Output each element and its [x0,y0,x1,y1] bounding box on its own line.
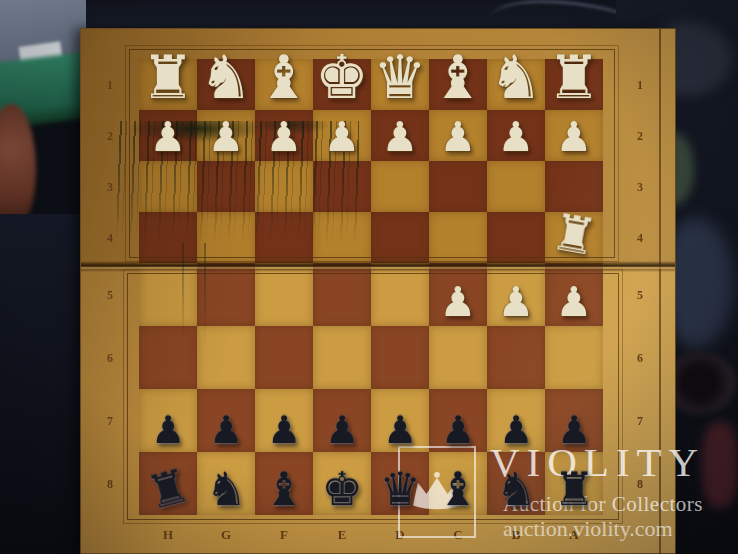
rank-label: 4 [107,230,113,245]
piece-c5-white-pawn: ♟ [440,282,477,323]
piece-b1-white-knight: ♞ [489,47,543,107]
rank-label: 6 [637,350,643,365]
rank-label: 1 [107,77,113,92]
piece-b2-white-pawn: ♟ [498,117,535,158]
piece-h7-black-pawn: ♟ [151,411,185,449]
rank-label: 1 [637,77,643,92]
rank-label: 3 [637,179,643,194]
piece-a7-black-pawn: ♟ [557,411,591,449]
piece-f8-black-bishop: ♝ [263,466,304,512]
piece-b8-black-knight: ♞ [495,466,536,512]
background-left-shadow [0,214,86,554]
rank-label: 7 [637,413,643,428]
rank-label: 5 [637,287,643,302]
piece-c1-white-bishop: ♝ [431,47,485,107]
piece-a1-white-rook: ♜ [547,47,601,107]
piece-d2-white-pawn: ♟ [382,117,419,158]
file-label: G [221,527,231,543]
piece-e7-black-pawn: ♟ [325,411,359,449]
piece-h2-white-pawn: ♟ [150,117,187,158]
rank-label: 8 [107,476,113,491]
piece-b5-white-pawn: ♟ [498,282,535,323]
rank-label: 5 [107,287,113,302]
rank-label: 3 [107,179,113,194]
watermark-url: auction.violity.com [503,516,673,542]
rank-label: 6 [107,350,113,365]
rank-label: 7 [107,413,113,428]
piece-g1-white-knight: ♞ [199,47,253,107]
piece-a5-white-pawn: ♟ [556,282,593,323]
piece-c8-black-bishop: ♝ [437,466,478,512]
chess-board: 12345678 12345678 HGFEDCBA ♜♞♝♚♛♝♞♜♟♟♟♟♟… [80,28,676,554]
piece-f1-white-bishop: ♝ [257,47,311,107]
piece-g2-white-pawn: ♟ [208,117,245,158]
rank-label: 4 [637,230,643,245]
piece-d1-white-queen: ♛ [373,47,427,107]
piece-f2-white-pawn: ♟ [266,117,303,158]
piece-g7-black-pawn: ♟ [209,411,243,449]
file-label: E [338,527,347,543]
background-red-cloth [702,422,738,508]
piece-h1-white-rook: ♜ [141,47,195,107]
piece-g8-black-knight: ♞ [205,466,246,512]
piece-c2-white-pawn: ♟ [440,117,477,158]
piece-c7-black-pawn: ♟ [441,411,475,449]
piece-a8-black-rook: ♜ [553,466,594,512]
file-label: F [280,527,288,543]
rank-label: 2 [107,128,113,143]
piece-f7-black-pawn: ♟ [267,411,301,449]
piece-e8-black-king: ♚ [321,466,362,512]
rank-label: 2 [637,128,643,143]
piece-d8-black-queen: ♛ [379,466,420,512]
piece-a4-white-rook: ♜ [548,206,601,263]
piece-d7-black-pawn: ♟ [383,411,417,449]
file-label: H [163,527,173,543]
piece-e1-white-king: ♚ [315,47,369,107]
auction-photo: 12345678 12345678 HGFEDCBA ♜♞♝♚♛♝♞♜♟♟♟♟♟… [0,0,738,554]
piece-b7-black-pawn: ♟ [499,411,533,449]
piece-e2-white-pawn: ♟ [324,117,361,158]
piece-a2-white-pawn: ♟ [556,117,593,158]
